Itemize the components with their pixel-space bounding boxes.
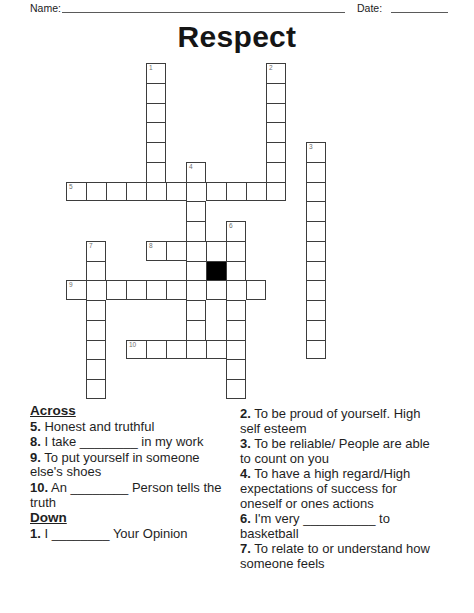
grid-cell-r13c1[interactable]: [86, 320, 106, 340]
clue-1: 1. I ________ Your Opinion: [30, 527, 229, 542]
clue-9: 9. To put yourself in someone else's sho…: [30, 451, 229, 480]
grid-cell-r10c1[interactable]: [86, 261, 106, 281]
grid-cell-r5c10[interactable]: [266, 162, 286, 182]
grid-cell-r3c4[interactable]: [146, 122, 166, 142]
grid-cell-r10c8[interactable]: [226, 261, 246, 281]
grid-cell-r14c12[interactable]: [306, 340, 326, 360]
grid-cell-r2c10[interactable]: [266, 103, 286, 123]
clue-4: 4. To have a high regard/High expectatio…: [240, 467, 440, 511]
grid-cell-r9c1[interactable]: 7: [86, 241, 106, 261]
grid-cell-r6c3[interactable]: [126, 182, 146, 202]
cell-number-2: 2: [269, 65, 273, 72]
grid-cell-r10c12[interactable]: [306, 261, 326, 281]
grid-cell-r5c4[interactable]: [146, 162, 166, 182]
grid-cell-r11c2[interactable]: [106, 280, 126, 300]
grid-cell-r13c8[interactable]: [226, 320, 246, 340]
grid-cell-r11c4[interactable]: [146, 280, 166, 300]
grid-cell-r6c9[interactable]: [246, 182, 266, 202]
cell-number-10: 10: [129, 342, 136, 349]
cell-number-6: 6: [229, 223, 233, 230]
grid-cell-r9c4[interactable]: 8: [146, 241, 166, 261]
grid-cell-r9c12[interactable]: [306, 241, 326, 261]
grid-cell-r16c8[interactable]: [226, 379, 246, 399]
cell-number-9: 9: [69, 282, 73, 289]
name-blank-line[interactable]: [62, 12, 345, 13]
grid-cell-r7c6[interactable]: [186, 201, 206, 221]
date-label: Date:: [357, 2, 382, 14]
across-heading: Across: [30, 404, 229, 419]
grid-cell-r3c10[interactable]: [266, 122, 286, 142]
grid-cell-r11c5[interactable]: [166, 280, 186, 300]
grid-cell-r6c0[interactable]: 5: [66, 182, 86, 202]
grid-cell-r11c12[interactable]: [306, 280, 326, 300]
grid-cell-r12c8[interactable]: [226, 300, 246, 320]
grid-cell-r4c10[interactable]: [266, 142, 286, 162]
cell-number-7: 7: [89, 243, 93, 250]
grid-cell-r12c12[interactable]: [306, 300, 326, 320]
grid-cell-r5c6[interactable]: 4: [186, 162, 206, 182]
grid-cell-r8c12[interactable]: [306, 221, 326, 241]
clue-5: 5. Honest and truthful: [30, 420, 229, 435]
grid-cell-r6c1[interactable]: [86, 182, 106, 202]
grid-cell-r6c7[interactable]: [206, 182, 226, 202]
grid-cell-r14c4[interactable]: [146, 340, 166, 360]
clue-7: 7. To relate to or understand how someon…: [240, 542, 440, 571]
cell-number-1: 1: [149, 65, 153, 72]
grid-cell-r6c4[interactable]: [146, 182, 166, 202]
grid-cell-r8c8[interactable]: 6: [226, 221, 246, 241]
down-clue-list-right: 2. To be proud of yourself. High self es…: [240, 407, 440, 572]
grid-cell-r7c12[interactable]: [306, 201, 326, 221]
clue-2: 2. To be proud of yourself. High self es…: [240, 407, 440, 436]
grid-cell-r9c6[interactable]: [186, 241, 206, 261]
grid-cell-r11c9[interactable]: [246, 280, 266, 300]
grid-cell-r9c8[interactable]: [226, 241, 246, 261]
grid-cell-r6c8[interactable]: [226, 182, 246, 202]
clue-10: 10. An ________ Person tells the truth: [30, 481, 229, 510]
crossword-worksheet: Name: Date: Respect 12345678910 Across 5…: [0, 0, 474, 613]
cell-number-4: 4: [189, 164, 193, 171]
grid-cell-r12c6[interactable]: [186, 300, 206, 320]
grid-cell-r12c1[interactable]: [86, 300, 106, 320]
clue-3: 3. To be reliable/ People are able to co…: [240, 437, 440, 466]
grid-cell-r14c8[interactable]: [226, 340, 246, 360]
grid-cell-r6c5[interactable]: [166, 182, 186, 202]
date-blank-line[interactable]: [391, 12, 448, 13]
black-cell: [206, 261, 226, 281]
clues-right-column: 2. To be proud of yourself. High self es…: [240, 407, 440, 573]
grid-cell-r6c10[interactable]: [266, 182, 286, 202]
grid-cell-r13c6[interactable]: [186, 320, 206, 340]
grid-cell-r9c5[interactable]: [166, 241, 186, 261]
grid-cell-r5c12[interactable]: [306, 162, 326, 182]
grid-cell-r0c10[interactable]: 2: [266, 63, 286, 83]
down-heading: Down: [30, 511, 229, 526]
grid-cell-r2c4[interactable]: [146, 103, 166, 123]
cell-number-5: 5: [69, 184, 73, 191]
grid-cell-r15c8[interactable]: [226, 359, 246, 379]
clue-6: 6. I'm very __________ to basketball: [240, 512, 440, 541]
grid-cell-r6c12[interactable]: [306, 182, 326, 202]
grid-cell-r14c5[interactable]: [166, 340, 186, 360]
grid-cell-r0c4[interactable]: 1: [146, 63, 166, 83]
across-clue-list: 5. Honest and truthful8. I take ________…: [30, 420, 229, 511]
grid-cell-r13c12[interactable]: [306, 320, 326, 340]
grid-cell-r15c1[interactable]: [86, 359, 106, 379]
cell-number-8: 8: [149, 243, 153, 250]
grid-cell-r10c6[interactable]: [186, 261, 206, 281]
grid-cell-r11c1[interactable]: [86, 280, 106, 300]
grid-cell-r4c4[interactable]: [146, 142, 166, 162]
down-clue-list-left: 1. I ________ Your Opinion: [30, 527, 229, 542]
grid-cell-r11c7[interactable]: [206, 280, 226, 300]
puzzle-title: Respect: [0, 20, 474, 54]
grid-cell-r14c1[interactable]: [86, 340, 106, 360]
grid-cell-r14c3[interactable]: 10: [126, 340, 146, 360]
crossword-grid: 12345678910: [66, 63, 327, 399]
clue-8: 8. I take ________ in my work: [30, 435, 229, 450]
grid-cell-r11c3[interactable]: [126, 280, 146, 300]
name-label: Name:: [30, 2, 61, 14]
clues-left-column: Across 5. Honest and truthful8. I take _…: [30, 404, 229, 542]
grid-cell-r11c6[interactable]: [186, 280, 206, 300]
grid-cell-r16c1[interactable]: [86, 379, 106, 399]
grid-cell-r1c10[interactable]: [266, 83, 286, 103]
grid-cell-r6c6[interactable]: [186, 182, 206, 202]
grid-cell-r9c7[interactable]: [206, 241, 226, 261]
grid-cell-r11c8[interactable]: [226, 280, 246, 300]
grid-cell-r4c12[interactable]: 3: [306, 142, 326, 162]
grid-cell-r14c7[interactable]: [206, 340, 226, 360]
grid-cell-r11c0[interactable]: 9: [66, 280, 86, 300]
grid-cell-r8c6[interactable]: [186, 221, 206, 241]
grid-cell-r14c6[interactable]: [186, 340, 206, 360]
cell-number-3: 3: [309, 144, 313, 151]
grid-cell-r1c4[interactable]: [146, 83, 166, 103]
grid-cell-r6c2[interactable]: [106, 182, 126, 202]
